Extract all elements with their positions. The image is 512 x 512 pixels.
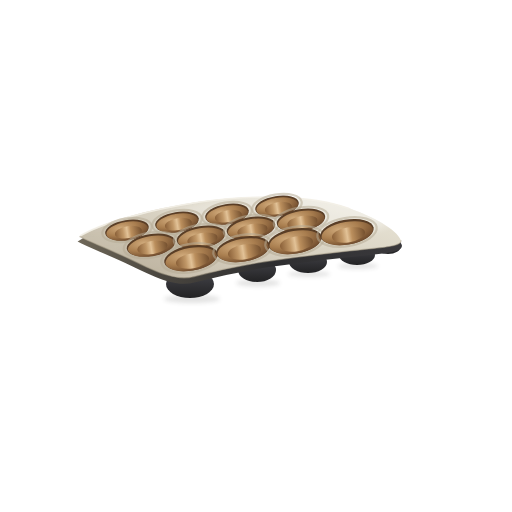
product-photo [0,0,512,512]
muffin-pan-illustration [0,0,512,512]
